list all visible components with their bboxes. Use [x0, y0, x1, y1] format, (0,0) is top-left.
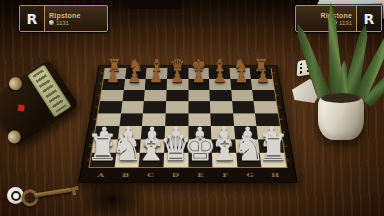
- chess-game-scene: R Ripstone 1131 Ripstone 1131 R ABCDEFGH…: [0, 0, 384, 216]
- square-a6[interactable]: [100, 90, 123, 102]
- rank-label-right-6: 6: [274, 94, 281, 97]
- piece-black-pawn[interactable]: ♟: [106, 70, 119, 85]
- piece-black-pawn[interactable]: ♟: [213, 70, 226, 85]
- square-d5[interactable]: [166, 101, 188, 113]
- player-info: Ripstone 1131: [45, 6, 107, 31]
- rating-row: 1131: [49, 20, 103, 26]
- square-c5[interactable]: [143, 101, 166, 113]
- clock-button-black[interactable]: [5, 128, 23, 146]
- piece-black-pawn[interactable]: ♟: [171, 70, 184, 85]
- key-bow: [20, 188, 39, 207]
- rank-label-left-5: 5: [93, 105, 100, 108]
- plant-pot: [318, 96, 364, 140]
- clock-button-white[interactable]: [7, 75, 25, 93]
- square-d6[interactable]: [166, 90, 188, 102]
- key: [20, 177, 83, 208]
- square-a5[interactable]: [98, 101, 122, 113]
- chess-clock: [0, 58, 79, 147]
- file-label-c: C: [138, 172, 163, 178]
- square-h6[interactable]: [253, 90, 276, 102]
- square-g6[interactable]: [231, 90, 254, 102]
- key-shaft: [34, 188, 72, 197]
- rank-label-left-7: 7: [97, 83, 104, 86]
- clock-lcd-display: [27, 65, 71, 118]
- rank-label-right-7: 7: [272, 83, 279, 86]
- square-e6[interactable]: [188, 90, 210, 102]
- square-h5[interactable]: [254, 101, 278, 113]
- piece-black-pawn[interactable]: ♟: [256, 70, 269, 85]
- square-e5[interactable]: [188, 101, 210, 113]
- square-b5[interactable]: [121, 101, 144, 113]
- square-f6[interactable]: [210, 90, 232, 102]
- elo-medal-icon: [49, 20, 54, 25]
- piece-black-pawn[interactable]: ♟: [128, 70, 141, 85]
- potted-plant: [298, 14, 384, 142]
- square-b6[interactable]: [122, 90, 145, 102]
- file-label-g: G: [238, 172, 264, 178]
- clock-led: [18, 104, 25, 111]
- file-label-e: E: [188, 172, 213, 178]
- file-label-f: F: [213, 172, 238, 178]
- piece-black-pawn[interactable]: ♟: [235, 70, 248, 85]
- rank-label-right-5: 5: [276, 105, 283, 108]
- file-label-a: A: [88, 172, 114, 178]
- rank-label-right-8: 8: [270, 72, 277, 75]
- ripstone-logo-icon: R: [20, 6, 45, 31]
- square-f5[interactable]: [210, 101, 233, 113]
- player-badge-left: R Ripstone 1131: [19, 5, 108, 32]
- player-name: Ripstone: [49, 12, 103, 19]
- file-label-b: B: [113, 172, 139, 178]
- file-label-d: D: [163, 172, 188, 178]
- piece-white-rook[interactable]: ♜: [257, 130, 290, 166]
- rank-label-left-8: 8: [99, 72, 106, 75]
- piece-black-pawn[interactable]: ♟: [192, 70, 205, 85]
- player-rating: 1131: [56, 20, 69, 26]
- background-object: [128, 0, 182, 9]
- square-g5[interactable]: [232, 101, 255, 113]
- piece-black-pawn[interactable]: ♟: [149, 70, 162, 85]
- file-label-h: H: [262, 172, 288, 178]
- square-c6[interactable]: [144, 90, 166, 102]
- rank-label-left-6: 6: [95, 94, 102, 97]
- file-labels: ABCDEFGH: [88, 170, 289, 180]
- table-shadow: [84, 182, 146, 216]
